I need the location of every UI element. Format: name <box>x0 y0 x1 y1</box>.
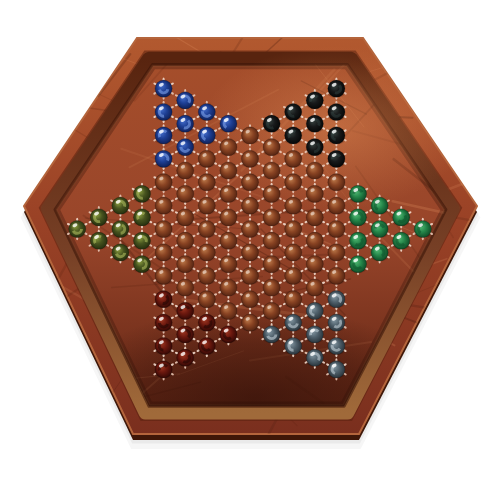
marble-wood-brown[interactable] <box>241 267 259 285</box>
marble-blue[interactable] <box>176 115 194 133</box>
marble-wood-brown[interactable] <box>155 267 173 285</box>
marble-wood-brown[interactable] <box>241 220 259 238</box>
marble-wood-brown[interactable] <box>284 174 302 192</box>
marble-wood-brown[interactable] <box>263 302 281 320</box>
marble-slate-gray[interactable] <box>327 337 345 355</box>
marble-wood-brown[interactable] <box>219 139 237 157</box>
marble-black[interactable] <box>327 150 345 168</box>
marble-wood-brown[interactable] <box>327 244 345 262</box>
marble-wood-brown[interactable] <box>219 185 237 203</box>
marble-wood-brown[interactable] <box>284 220 302 238</box>
marble-wood-brown[interactable] <box>306 162 324 180</box>
marble-dark-red[interactable] <box>155 291 173 309</box>
marble-malachite-green[interactable] <box>371 197 389 215</box>
marble-wood-brown[interactable] <box>327 197 345 215</box>
marble-wood-brown[interactable] <box>263 162 281 180</box>
marble-wood-brown[interactable] <box>327 174 345 192</box>
marble-dark-red[interactable] <box>155 337 173 355</box>
marble-slate-gray[interactable] <box>284 337 302 355</box>
marble-wood-brown[interactable] <box>241 127 259 145</box>
chinese-checkers-board <box>0 0 500 500</box>
marble-wood-brown[interactable] <box>263 256 281 274</box>
marble-malachite-green[interactable] <box>349 232 367 250</box>
marble-wood-brown[interactable] <box>284 197 302 215</box>
marble-wood-brown[interactable] <box>219 232 237 250</box>
marble-wood-brown[interactable] <box>155 197 173 215</box>
marble-olive-green[interactable] <box>133 209 151 227</box>
marble-wood-brown[interactable] <box>306 185 324 203</box>
marble-wood-brown[interactable] <box>263 232 281 250</box>
marble-wood-brown[interactable] <box>198 267 216 285</box>
marble-blue[interactable] <box>176 139 194 157</box>
marble-olive-green[interactable] <box>133 185 151 203</box>
marble-black[interactable] <box>306 139 324 157</box>
marble-dark-red[interactable] <box>155 314 173 332</box>
marble-wood-brown[interactable] <box>284 291 302 309</box>
marble-wood-brown[interactable] <box>155 244 173 262</box>
marble-malachite-green[interactable] <box>349 185 367 203</box>
marble-wood-brown[interactable] <box>176 209 194 227</box>
marble-malachite-green[interactable] <box>414 220 432 238</box>
marble-dark-red[interactable] <box>219 326 237 344</box>
marble-wood-brown[interactable] <box>241 314 259 332</box>
marble-blue[interactable] <box>198 127 216 145</box>
marble-black[interactable] <box>327 80 345 98</box>
marble-olive-green[interactable] <box>90 232 108 250</box>
marble-wood-brown[interactable] <box>306 279 324 297</box>
marble-black[interactable] <box>306 92 324 110</box>
marble-blue[interactable] <box>155 127 173 145</box>
marble-olive-green[interactable] <box>111 197 129 215</box>
marble-slate-gray[interactable] <box>284 314 302 332</box>
marble-wood-brown[interactable] <box>263 185 281 203</box>
marble-black[interactable] <box>284 103 302 121</box>
marble-black[interactable] <box>263 115 281 133</box>
marble-dark-red[interactable] <box>176 302 194 320</box>
marble-wood-brown[interactable] <box>241 174 259 192</box>
marble-wood-brown[interactable] <box>241 197 259 215</box>
marble-blue[interactable] <box>176 92 194 110</box>
marble-slate-gray[interactable] <box>327 314 345 332</box>
marble-wood-brown[interactable] <box>306 232 324 250</box>
marble-wood-brown[interactable] <box>155 220 173 238</box>
marble-black[interactable] <box>327 127 345 145</box>
marble-malachite-green[interactable] <box>349 209 367 227</box>
marble-wood-brown[interactable] <box>219 256 237 274</box>
marble-slate-gray[interactable] <box>306 326 324 344</box>
marble-olive-green[interactable] <box>111 220 129 238</box>
marble-wood-brown[interactable] <box>219 209 237 227</box>
marble-wood-brown[interactable] <box>219 162 237 180</box>
marble-wood-brown[interactable] <box>198 244 216 262</box>
marble-wood-brown[interactable] <box>176 256 194 274</box>
marble-dark-red[interactable] <box>176 326 194 344</box>
marble-slate-gray[interactable] <box>327 361 345 379</box>
marble-malachite-green[interactable] <box>349 256 367 274</box>
marble-slate-gray[interactable] <box>306 349 324 367</box>
marble-wood-brown[interactable] <box>198 174 216 192</box>
marble-slate-gray[interactable] <box>263 326 281 344</box>
marble-wood-brown[interactable] <box>263 139 281 157</box>
marble-wood-brown[interactable] <box>327 267 345 285</box>
marble-black[interactable] <box>327 103 345 121</box>
marble-olive-green[interactable] <box>90 209 108 227</box>
marble-slate-gray[interactable] <box>327 291 345 309</box>
marble-wood-brown[interactable] <box>241 150 259 168</box>
marble-malachite-green[interactable] <box>371 244 389 262</box>
marble-black[interactable] <box>284 127 302 145</box>
marble-wood-brown[interactable] <box>198 291 216 309</box>
marble-wood-brown[interactable] <box>263 209 281 227</box>
marble-blue[interactable] <box>155 103 173 121</box>
marble-blue[interactable] <box>155 80 173 98</box>
product-photo <box>0 0 500 500</box>
marble-wood-brown[interactable] <box>176 279 194 297</box>
marble-wood-brown[interactable] <box>176 185 194 203</box>
marble-malachite-green[interactable] <box>392 232 410 250</box>
marble-wood-brown[interactable] <box>284 267 302 285</box>
marble-wood-brown[interactable] <box>176 232 194 250</box>
marble-wood-brown[interactable] <box>155 174 173 192</box>
marble-dark-red[interactable] <box>155 361 173 379</box>
marble-wood-brown[interactable] <box>198 220 216 238</box>
marble-wood-brown[interactable] <box>327 220 345 238</box>
marble-wood-brown[interactable] <box>263 279 281 297</box>
marble-slate-gray[interactable] <box>306 302 324 320</box>
marble-wood-brown[interactable] <box>219 302 237 320</box>
marble-olive-green[interactable] <box>133 232 151 250</box>
marble-wood-brown[interactable] <box>284 150 302 168</box>
marble-wood-brown[interactable] <box>241 244 259 262</box>
marble-blue[interactable] <box>198 103 216 121</box>
marble-blue[interactable] <box>219 115 237 133</box>
marble-wood-brown[interactable] <box>219 279 237 297</box>
marble-olive-green[interactable] <box>68 220 86 238</box>
marble-wood-brown[interactable] <box>198 197 216 215</box>
marble-olive-green[interactable] <box>111 244 129 262</box>
marble-dark-red[interactable] <box>198 337 216 355</box>
marble-wood-brown[interactable] <box>306 256 324 274</box>
marble-blue[interactable] <box>155 150 173 168</box>
marble-black[interactable] <box>306 115 324 133</box>
marble-wood-brown[interactable] <box>176 162 194 180</box>
marble-dark-red[interactable] <box>176 349 194 367</box>
marble-wood-brown[interactable] <box>198 150 216 168</box>
marble-malachite-green[interactable] <box>371 220 389 238</box>
marble-wood-brown[interactable] <box>284 244 302 262</box>
marble-malachite-green[interactable] <box>392 209 410 227</box>
marble-wood-brown[interactable] <box>241 291 259 309</box>
marble-dark-red[interactable] <box>198 314 216 332</box>
marble-olive-green[interactable] <box>133 256 151 274</box>
marble-wood-brown[interactable] <box>306 209 324 227</box>
